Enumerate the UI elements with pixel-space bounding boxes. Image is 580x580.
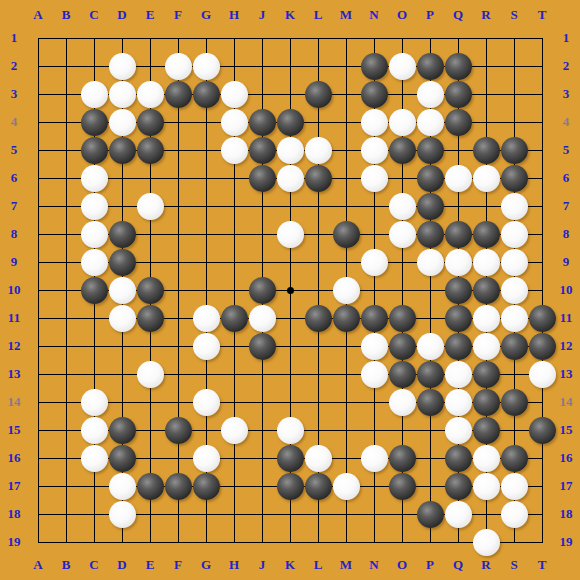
black-stone[interactable] [249,137,276,164]
black-stone[interactable] [445,305,472,332]
column-label-bottom: Q [444,555,472,575]
white-stone[interactable] [109,501,136,528]
black-stone[interactable] [137,305,164,332]
white-stone[interactable] [389,109,416,136]
column-label-bottom: N [360,555,388,575]
black-stone[interactable] [501,389,528,416]
white-stone[interactable] [389,193,416,220]
black-stone[interactable] [193,81,220,108]
white-stone[interactable] [501,221,528,248]
row-label-right: 18 [553,504,579,524]
column-label-top: S [500,5,528,25]
black-stone[interactable] [333,221,360,248]
white-stone[interactable] [417,81,444,108]
black-stone[interactable] [445,81,472,108]
white-stone[interactable] [193,305,220,332]
row-label-left: 11 [1,308,27,328]
row-label-right: 5 [553,140,579,160]
black-stone[interactable] [165,81,192,108]
column-label-top: O [388,5,416,25]
black-stone[interactable] [277,473,304,500]
black-stone[interactable] [389,473,416,500]
column-label-top: P [416,5,444,25]
black-stone[interactable] [137,137,164,164]
white-stone[interactable] [277,417,304,444]
black-stone[interactable] [417,137,444,164]
column-label-bottom: D [108,555,136,575]
black-stone[interactable] [109,137,136,164]
black-stone[interactable] [277,109,304,136]
white-stone[interactable] [221,81,248,108]
white-stone[interactable] [81,165,108,192]
white-stone[interactable] [109,109,136,136]
black-stone[interactable] [165,473,192,500]
white-stone[interactable] [389,389,416,416]
column-label-top: M [332,5,360,25]
black-stone[interactable] [249,277,276,304]
column-label-bottom: B [52,555,80,575]
row-label-left: 1 [1,28,27,48]
row-label-right: 11 [553,308,579,328]
row-label-right: 1 [553,28,579,48]
black-stone[interactable] [501,137,528,164]
black-stone[interactable] [445,53,472,80]
row-label-left: 3 [1,84,27,104]
white-stone[interactable] [81,221,108,248]
column-label-bottom: F [164,555,192,575]
white-stone[interactable] [137,81,164,108]
column-label-bottom: H [220,555,248,575]
black-stone[interactable] [305,473,332,500]
column-label-bottom: S [500,555,528,575]
black-stone[interactable] [529,333,556,360]
row-label-left: 16 [1,448,27,468]
white-stone[interactable] [417,249,444,276]
column-label-top: R [472,5,500,25]
row-label-right: 13 [553,364,579,384]
column-label-top: Q [444,5,472,25]
white-stone[interactable] [193,445,220,472]
row-label-right: 7 [553,196,579,216]
white-stone[interactable] [361,165,388,192]
white-stone[interactable] [137,361,164,388]
black-stone[interactable] [445,221,472,248]
column-label-bottom: P [416,555,444,575]
row-label-left: 14 [1,392,27,412]
column-label-bottom: J [248,555,276,575]
white-stone[interactable] [277,221,304,248]
row-label-right: 3 [553,84,579,104]
column-label-top: L [304,5,332,25]
row-label-right: 14 [553,392,579,412]
white-stone[interactable] [473,529,500,556]
row-label-left: 8 [1,224,27,244]
white-stone[interactable] [361,333,388,360]
black-stone[interactable] [417,53,444,80]
black-stone[interactable] [333,305,360,332]
column-label-top: C [80,5,108,25]
row-label-left: 4 [1,112,27,132]
row-label-right: 15 [553,420,579,440]
white-stone[interactable] [501,249,528,276]
black-stone[interactable] [361,53,388,80]
black-stone[interactable] [81,137,108,164]
black-stone[interactable] [445,445,472,472]
go-board[interactable]: AABBCCDDEEFFGGHHJJKKLLMMNNOOPPQQRRSSTT11… [0,0,580,580]
row-label-right: 2 [553,56,579,76]
white-stone[interactable] [193,333,220,360]
black-stone[interactable] [305,305,332,332]
black-stone[interactable] [389,361,416,388]
white-stone[interactable] [361,361,388,388]
column-label-top: F [164,5,192,25]
row-label-left: 13 [1,364,27,384]
row-label-left: 15 [1,420,27,440]
column-label-top: E [136,5,164,25]
white-stone[interactable] [81,445,108,472]
black-stone[interactable] [473,221,500,248]
white-stone[interactable] [473,165,500,192]
black-stone[interactable] [109,249,136,276]
white-stone[interactable] [249,305,276,332]
white-stone[interactable] [417,333,444,360]
white-stone[interactable] [81,389,108,416]
black-stone[interactable] [417,165,444,192]
white-stone[interactable] [109,53,136,80]
black-stone[interactable] [473,361,500,388]
row-label-right: 9 [553,252,579,272]
white-stone[interactable] [445,165,472,192]
column-label-bottom: C [80,555,108,575]
column-label-bottom: K [276,555,304,575]
white-stone[interactable] [305,445,332,472]
row-label-left: 19 [1,532,27,552]
white-stone[interactable] [501,193,528,220]
column-label-top: N [360,5,388,25]
white-stone[interactable] [473,305,500,332]
black-stone[interactable] [389,137,416,164]
white-stone[interactable] [193,53,220,80]
black-stone[interactable] [137,277,164,304]
white-stone[interactable] [417,109,444,136]
black-stone[interactable] [473,417,500,444]
white-stone[interactable] [501,473,528,500]
white-stone[interactable] [109,277,136,304]
column-label-top: H [220,5,248,25]
row-label-right: 12 [553,336,579,356]
black-stone[interactable] [305,81,332,108]
white-stone[interactable] [389,221,416,248]
column-label-bottom: E [136,555,164,575]
black-stone[interactable] [277,445,304,472]
column-label-top: J [248,5,276,25]
black-stone[interactable] [137,473,164,500]
black-stone[interactable] [417,361,444,388]
black-stone[interactable] [445,109,472,136]
black-stone[interactable] [109,417,136,444]
black-stone[interactable] [529,417,556,444]
row-label-left: 12 [1,336,27,356]
white-stone[interactable] [109,473,136,500]
white-stone[interactable] [361,137,388,164]
white-stone[interactable] [277,137,304,164]
column-label-top: A [24,5,52,25]
black-stone[interactable] [417,221,444,248]
column-label-bottom: L [304,555,332,575]
white-stone[interactable] [81,249,108,276]
column-label-bottom: R [472,555,500,575]
black-stone[interactable] [249,333,276,360]
black-stone[interactable] [501,333,528,360]
column-label-top: G [192,5,220,25]
white-stone[interactable] [333,473,360,500]
white-stone[interactable] [473,473,500,500]
black-stone[interactable] [305,165,332,192]
column-label-bottom: G [192,555,220,575]
white-stone[interactable] [137,193,164,220]
black-stone[interactable] [193,473,220,500]
black-stone[interactable] [389,305,416,332]
white-stone[interactable] [81,417,108,444]
black-stone[interactable] [501,165,528,192]
black-stone[interactable] [473,277,500,304]
white-stone[interactable] [333,277,360,304]
white-stone[interactable] [473,249,500,276]
black-stone[interactable] [501,445,528,472]
white-stone[interactable] [473,333,500,360]
white-stone[interactable] [221,417,248,444]
white-stone[interactable] [389,53,416,80]
black-stone[interactable] [137,109,164,136]
black-stone[interactable] [445,333,472,360]
white-stone[interactable] [445,249,472,276]
row-label-right: 8 [553,224,579,244]
black-stone[interactable] [417,501,444,528]
column-label-bottom: M [332,555,360,575]
white-stone[interactable] [445,417,472,444]
black-stone[interactable] [529,305,556,332]
white-stone[interactable] [361,109,388,136]
row-label-right: 10 [553,280,579,300]
black-stone[interactable] [361,81,388,108]
white-stone[interactable] [109,81,136,108]
white-stone[interactable] [165,53,192,80]
row-label-right: 19 [553,532,579,552]
white-stone[interactable] [501,501,528,528]
white-stone[interactable] [361,249,388,276]
column-label-bottom: A [24,555,52,575]
row-label-right: 17 [553,476,579,496]
white-stone[interactable] [193,389,220,416]
column-label-top: K [276,5,304,25]
black-stone[interactable] [165,417,192,444]
black-stone[interactable] [417,389,444,416]
star-point [287,287,294,294]
white-stone[interactable] [445,361,472,388]
row-label-left: 10 [1,280,27,300]
row-label-left: 17 [1,476,27,496]
white-stone[interactable] [361,445,388,472]
white-stone[interactable] [109,305,136,332]
black-stone[interactable] [221,305,248,332]
column-label-bottom: O [388,555,416,575]
white-stone[interactable] [529,361,556,388]
black-stone[interactable] [249,165,276,192]
black-stone[interactable] [109,445,136,472]
black-stone[interactable] [249,109,276,136]
black-stone[interactable] [389,333,416,360]
row-label-left: 6 [1,168,27,188]
black-stone[interactable] [473,137,500,164]
black-stone[interactable] [445,473,472,500]
black-stone[interactable] [473,389,500,416]
row-label-right: 6 [553,168,579,188]
white-stone[interactable] [501,305,528,332]
white-stone[interactable] [221,109,248,136]
row-label-left: 18 [1,504,27,524]
row-label-left: 9 [1,252,27,272]
row-label-right: 4 [553,112,579,132]
column-label-bottom: T [528,555,556,575]
white-stone[interactable] [81,81,108,108]
column-label-top: T [528,5,556,25]
white-stone[interactable] [501,277,528,304]
row-label-left: 2 [1,56,27,76]
black-stone[interactable] [81,277,108,304]
white-stone[interactable] [445,501,472,528]
white-stone[interactable] [221,137,248,164]
black-stone[interactable] [361,305,388,332]
white-stone[interactable] [473,445,500,472]
black-stone[interactable] [389,445,416,472]
row-label-left: 5 [1,140,27,160]
white-stone[interactable] [81,193,108,220]
black-stone[interactable] [109,221,136,248]
white-stone[interactable] [277,165,304,192]
column-label-top: B [52,5,80,25]
white-stone[interactable] [305,137,332,164]
row-label-right: 16 [553,448,579,468]
row-label-left: 7 [1,196,27,216]
black-stone[interactable] [445,277,472,304]
white-stone[interactable] [445,389,472,416]
black-stone[interactable] [81,109,108,136]
black-stone[interactable] [417,193,444,220]
column-label-top: D [108,5,136,25]
